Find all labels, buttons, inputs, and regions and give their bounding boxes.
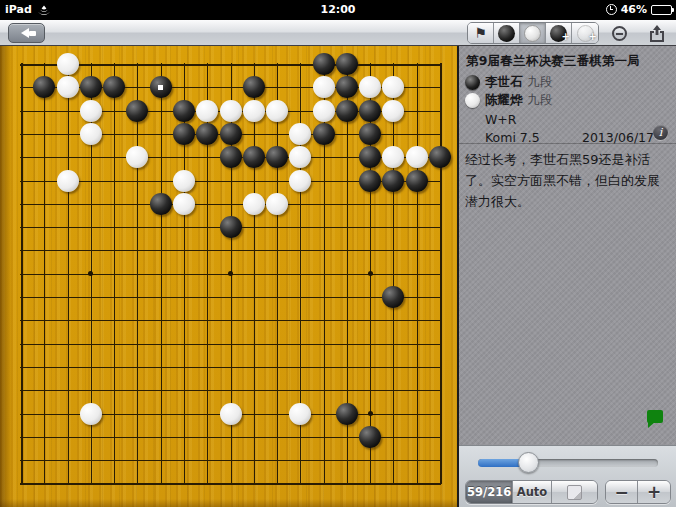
grid-line [277,63,278,484]
grid-line [20,390,441,391]
black-player-name: 李世石 [485,74,523,91]
white-stone [57,76,79,98]
commentary-text: 经过长考，李世石黑59还是补活了。实空方面黑不错，但白的发展潜力很大。 [465,149,670,212]
white-stone [220,403,242,425]
grid-line [20,320,441,321]
share-button[interactable] [646,24,668,42]
page-curl-icon [567,485,582,500]
star-point [368,411,373,416]
move-slider[interactable] [478,459,658,467]
white-stone [266,193,288,215]
game-title: 第9届春兰杯决赛三番棋第一局 [466,53,671,70]
back-arrow-icon [21,28,29,38]
white-player-stone-icon [465,93,480,108]
white-stone [382,100,404,122]
grid-line [393,63,394,484]
black-stone [220,123,242,145]
game-info-section: 第9届春兰杯决赛三番棋第一局 李世石 九段 陈耀烨 九段 W+R Komi 7.… [459,46,676,445]
black-stone [359,426,381,448]
alarm-clock-icon [606,4,617,15]
black-stone [33,76,55,98]
white-stone [243,193,265,215]
black-stone [313,123,335,145]
black-stone [196,123,218,145]
game-result: W+R [485,112,517,127]
step-segmented-control: − + [605,480,671,504]
last-move-marker [158,85,163,90]
comment-bubble-icon[interactable] [647,410,663,423]
white-stone [126,146,148,168]
white-stone [406,146,428,168]
black-stone [336,76,358,98]
white-stone [382,76,404,98]
black-stone [382,170,404,192]
black-stone [243,146,265,168]
battery-icon [651,5,672,15]
white-stone [243,100,265,122]
notes-button[interactable] [552,481,597,503]
black-stone [336,403,358,425]
star-point [368,271,373,276]
black-player-row: 李世石 九段 [465,74,553,91]
black-stone [103,76,125,98]
slider-thumb[interactable] [518,452,539,473]
side-panel: 第9届春兰杯决赛三番棋第一局 李世石 九段 陈耀烨 九段 W+R Komi 7.… [459,46,676,507]
star-point [228,271,233,276]
info-icon[interactable]: i [653,125,668,140]
battery-percent: 46% [621,3,647,16]
grid-line [254,63,255,484]
black-stone-icon [498,25,515,42]
black-stone [359,170,381,192]
white-stone [266,100,288,122]
white-stone [220,100,242,122]
white-stone [313,100,335,122]
black-stone [406,170,428,192]
grid-line [20,483,441,485]
auto-play-button[interactable]: Auto [513,481,551,503]
star-point [88,271,93,276]
white-stone [57,53,79,75]
grid-line [20,460,441,461]
playback-controls: 59/216 Auto − + [459,445,676,507]
white-stone [359,76,381,98]
black-stone [359,146,381,168]
next-move-button[interactable]: + [638,481,670,503]
status-bar: iPad 12:00 46% [0,0,676,20]
zoom-out-button[interactable] [612,26,627,41]
grid-line [20,297,441,298]
white-stone [313,76,335,98]
go-board[interactable] [0,46,457,507]
black-stone [313,53,335,75]
white-stone [382,146,404,168]
clock-time: 12:00 [0,3,676,16]
move-nav-segmented-control: 59/216 Auto [465,480,598,504]
black-stone [80,76,102,98]
black-stone [336,100,358,122]
add-black-stone-button[interactable]: + [546,23,572,43]
white-player-row: 陈耀烨 九段 [465,92,553,109]
white-player-name: 陈耀烨 [485,92,523,109]
white-stone [289,403,311,425]
white-player-rank: 九段 [528,92,553,109]
back-button[interactable] [8,23,45,43]
black-stone [243,76,265,98]
black-stone [359,100,381,122]
white-stone [80,403,102,425]
separator [459,143,676,144]
black-stone [359,123,381,145]
black-stone [266,146,288,168]
grid-line [440,63,442,484]
add-white-stone-button[interactable]: + [572,23,598,43]
grid-line [417,63,418,484]
black-stone [336,53,358,75]
grid-line [20,344,441,345]
white-stone [80,100,102,122]
white-stone [80,123,102,145]
black-stone [150,76,172,98]
black-stone [220,146,242,168]
flag-tool-button[interactable]: ⚑ [468,23,494,43]
white-stone [173,170,195,192]
app-screen: iPad 12:00 46% ⚑ + + [0,0,676,507]
white-stone [289,146,311,168]
white-stone [196,100,218,122]
black-stone-tool-button[interactable] [494,23,520,43]
black-stone [173,100,195,122]
black-player-stone-icon [465,75,480,90]
black-stone [150,193,172,215]
previous-move-button[interactable]: − [606,481,638,503]
flag-icon: ⚑ [474,26,487,40]
black-stone [126,100,148,122]
stone-tool-segmented-control: ⚑ + + [467,22,599,44]
white-stone [173,193,195,215]
move-counter-button[interactable]: 59/216 [466,481,513,503]
black-stone [382,286,404,308]
white-stone-tool-button[interactable] [520,23,546,43]
black-stone [220,216,242,238]
black-stone [173,123,195,145]
grid-line [20,367,441,368]
black-stone [429,146,451,168]
black-player-rank: 九段 [528,74,553,91]
white-stone [289,123,311,145]
white-stone [57,170,79,192]
white-stone [289,170,311,192]
white-stone-icon [524,25,541,42]
toolbar: ⚑ + + [0,20,676,46]
